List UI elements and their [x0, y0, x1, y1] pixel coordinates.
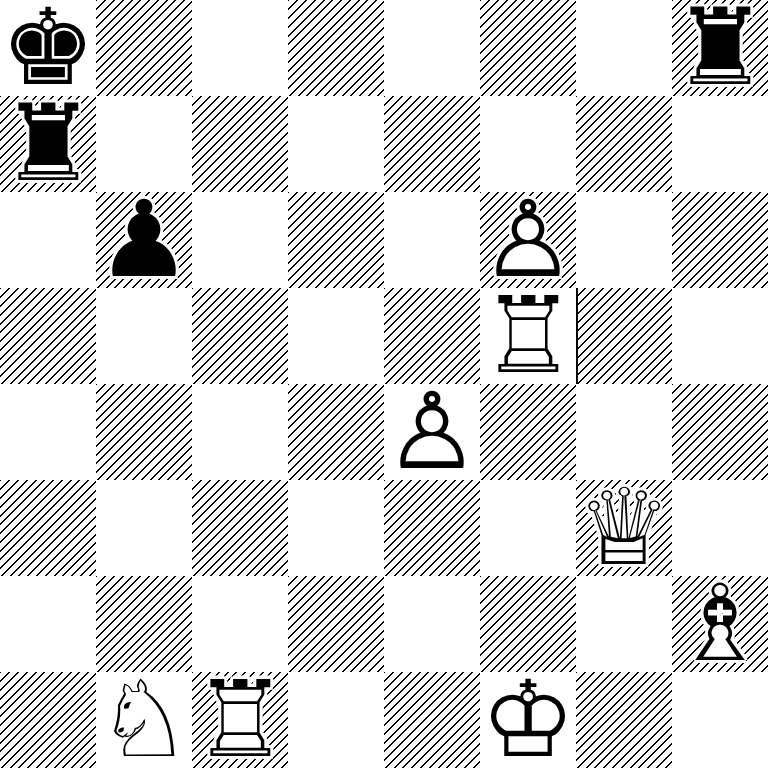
square-d7[interactable] — [288, 96, 384, 192]
square-a7[interactable]: ♜♜ — [0, 96, 96, 192]
square-d2[interactable] — [288, 576, 384, 672]
white-king-icon: ♔ — [480, 672, 576, 768]
piece-white-pawn[interactable]: ♟♙ — [384, 384, 480, 480]
piece-black-rook[interactable]: ♜♜ — [672, 0, 768, 96]
square-f4[interactable] — [480, 384, 576, 480]
square-b3[interactable] — [96, 480, 192, 576]
square-b1[interactable]: ♞♘ — [96, 672, 192, 768]
square-e4[interactable]: ♟♙ — [384, 384, 480, 480]
square-a1[interactable] — [0, 672, 96, 768]
square-d8[interactable] — [288, 0, 384, 96]
square-h8[interactable]: ♜♜ — [672, 0, 768, 96]
square-b8[interactable] — [96, 0, 192, 96]
square-f5[interactable]: ♜♖ — [480, 288, 576, 384]
square-c4[interactable] — [192, 384, 288, 480]
square-c8[interactable] — [192, 0, 288, 96]
square-e7[interactable] — [384, 96, 480, 192]
black-pawn-icon: ♟ — [96, 192, 192, 288]
square-d5[interactable] — [288, 288, 384, 384]
square-d4[interactable] — [288, 384, 384, 480]
white-queen-icon: ♕ — [576, 480, 672, 576]
square-e3[interactable] — [384, 480, 480, 576]
square-d6[interactable] — [288, 192, 384, 288]
white-rook-icon: ♖ — [480, 288, 576, 384]
square-b6[interactable]: ♟♟ — [96, 192, 192, 288]
stray-line-artifact — [576, 288, 578, 384]
square-h1[interactable] — [672, 672, 768, 768]
square-c3[interactable] — [192, 480, 288, 576]
square-b5[interactable] — [96, 288, 192, 384]
piece-white-king[interactable]: ♚♔ — [480, 672, 576, 768]
chess-board: ♚♚♜♜♜♜♟♟♟♙♜♖♟♙♛♕♝♗♞♘♜♖♚♔ — [0, 0, 768, 768]
black-rook-icon: ♜ — [672, 0, 768, 96]
square-g3[interactable]: ♛♕ — [576, 480, 672, 576]
piece-black-pawn[interactable]: ♟♟ — [96, 192, 192, 288]
piece-white-rook[interactable]: ♜♖ — [480, 288, 576, 384]
square-h7[interactable] — [672, 96, 768, 192]
square-h5[interactable] — [672, 288, 768, 384]
square-g2[interactable] — [576, 576, 672, 672]
square-h2[interactable]: ♝♗ — [672, 576, 768, 672]
square-a6[interactable] — [0, 192, 96, 288]
square-c5[interactable] — [192, 288, 288, 384]
square-a3[interactable] — [0, 480, 96, 576]
square-g1[interactable] — [576, 672, 672, 768]
square-f8[interactable] — [480, 0, 576, 96]
square-e6[interactable] — [384, 192, 480, 288]
square-a2[interactable] — [0, 576, 96, 672]
square-a5[interactable] — [0, 288, 96, 384]
white-rook-icon: ♖ — [192, 672, 288, 768]
square-c6[interactable] — [192, 192, 288, 288]
square-c1[interactable]: ♜♖ — [192, 672, 288, 768]
square-g8[interactable] — [576, 0, 672, 96]
piece-black-rook[interactable]: ♜♜ — [0, 96, 96, 192]
square-g6[interactable] — [576, 192, 672, 288]
black-rook-icon: ♜ — [0, 96, 96, 192]
piece-white-bishop[interactable]: ♝♗ — [672, 576, 768, 672]
square-d3[interactable] — [288, 480, 384, 576]
square-e1[interactable] — [384, 672, 480, 768]
square-g7[interactable] — [576, 96, 672, 192]
white-pawn-icon: ♙ — [384, 384, 480, 480]
white-knight-icon: ♘ — [96, 672, 192, 768]
square-h6[interactable] — [672, 192, 768, 288]
square-d1[interactable] — [288, 672, 384, 768]
square-g5[interactable] — [576, 288, 672, 384]
square-f3[interactable] — [480, 480, 576, 576]
piece-white-queen[interactable]: ♛♕ — [576, 480, 672, 576]
square-b4[interactable] — [96, 384, 192, 480]
piece-white-rook[interactable]: ♜♖ — [192, 672, 288, 768]
white-bishop-icon: ♗ — [672, 576, 768, 672]
square-h4[interactable] — [672, 384, 768, 480]
square-c7[interactable] — [192, 96, 288, 192]
square-e8[interactable] — [384, 0, 480, 96]
square-f1[interactable]: ♚♔ — [480, 672, 576, 768]
square-e2[interactable] — [384, 576, 480, 672]
square-a4[interactable] — [0, 384, 96, 480]
piece-white-knight[interactable]: ♞♘ — [96, 672, 192, 768]
